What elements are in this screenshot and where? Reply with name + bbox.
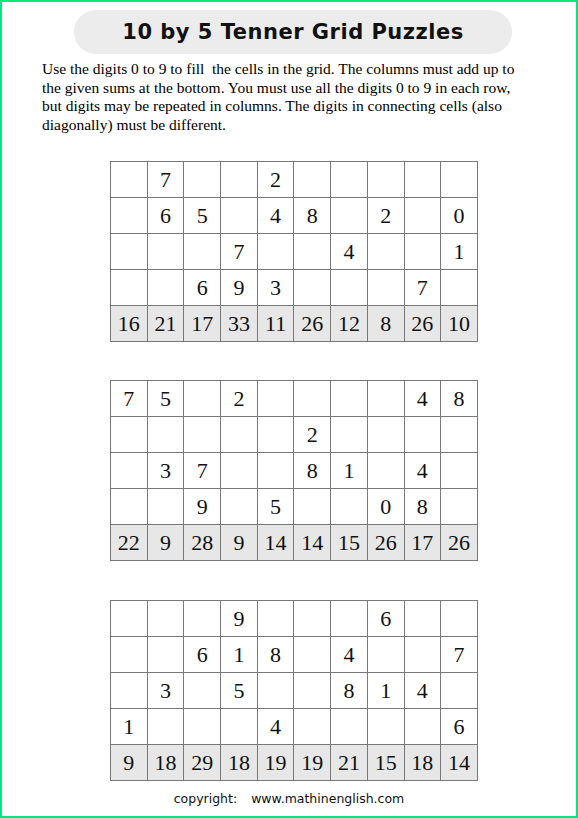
title-pill: 10 by 5 Tenner Grid Puzzles [74, 10, 512, 54]
grid1-cell-r2c4[interactable] [221, 198, 258, 234]
grid1-cell-r4c6[interactable] [294, 270, 331, 306]
grid2-cell-r1c7[interactable] [331, 381, 368, 417]
grid3-cell-r1c9[interactable] [405, 601, 442, 637]
grid1-cell-r2c7[interactable] [331, 198, 368, 234]
grid3-cell-r4c2[interactable] [148, 709, 185, 745]
grid2-cell-r1c2: 5 [148, 381, 185, 417]
grid2-sum-c6: 14 [294, 525, 331, 561]
grid1-cell-r4c9: 7 [405, 270, 442, 306]
grid2-cell-r4c9: 8 [405, 489, 442, 525]
grid3-cell-r1c6[interactable] [294, 601, 331, 637]
grid2-sum-c9: 17 [405, 525, 442, 561]
grid3-sum-c9: 18 [405, 745, 442, 781]
grid1-cell-r1c6[interactable] [294, 162, 331, 198]
instructions-line-4: diagonally) must be different. [42, 116, 552, 135]
grid2-cell-r4c2[interactable] [148, 489, 185, 525]
grid1-cell-r3c3[interactable] [184, 234, 221, 270]
grid2-cell-r2c3[interactable] [184, 417, 221, 453]
grid2-cell-r4c8: 0 [368, 489, 405, 525]
grid3-cell-r2c4: 1 [221, 637, 258, 673]
grid3-sum-c8: 15 [368, 745, 405, 781]
grid2-cell-r3c3: 7 [184, 453, 221, 489]
grid3-cell-r4c5: 4 [258, 709, 295, 745]
grid1-cell-r3c2[interactable] [148, 234, 185, 270]
grid1-sum-c4: 33 [221, 306, 258, 342]
grid1-cell-r2c3: 5 [184, 198, 221, 234]
grid2-cell-r4c6[interactable] [294, 489, 331, 525]
grid1-cell-r4c5: 3 [258, 270, 295, 306]
grid1-sum-c10: 10 [441, 306, 478, 342]
grid3-cell-r3c3[interactable] [184, 673, 221, 709]
grid3-cell-r4c10: 6 [441, 709, 478, 745]
grid2-sum-c2: 9 [148, 525, 185, 561]
grid2-cell-r2c10[interactable] [441, 417, 478, 453]
grid1-cell-r4c3: 6 [184, 270, 221, 306]
grid2-cell-r2c8[interactable] [368, 417, 405, 453]
grid1-cell-r1c5: 2 [258, 162, 295, 198]
grid1-cell-r2c9[interactable] [405, 198, 442, 234]
grid2-cell-r2c9[interactable] [405, 417, 442, 453]
grid3-cell-r1c5[interactable] [258, 601, 295, 637]
instructions: Use the digits 0 to 9 to fill the cells … [42, 60, 552, 134]
grid1-sum-c6: 26 [294, 306, 331, 342]
grid1-cell-r2c8: 2 [368, 198, 405, 234]
grid3-cell-r2c6[interactable] [294, 637, 331, 673]
grid2-cell-r3c10[interactable] [441, 453, 478, 489]
worksheet-page: 10 by 5 Tenner Grid Puzzles Use the digi… [0, 0, 578, 818]
grid3-cell-r1c8: 6 [368, 601, 405, 637]
grid3-sum-c4: 18 [221, 745, 258, 781]
grid2-cell-r2c2[interactable] [148, 417, 185, 453]
grid1-cell-r4c8[interactable] [368, 270, 405, 306]
grid1-cell-r3c6[interactable] [294, 234, 331, 270]
grid2-sum-c4: 9 [221, 525, 258, 561]
grid2-sum-c3: 28 [184, 525, 221, 561]
instructions-line-3: but digits may be repeated in columns. T… [42, 97, 552, 116]
grid1-cell-r1c9[interactable] [405, 162, 442, 198]
grid1-cell-r4c1[interactable] [111, 270, 148, 306]
grid2-cell-r4c1[interactable] [111, 489, 148, 525]
grid1-cell-r1c8[interactable] [368, 162, 405, 198]
grid3-cell-r3c9: 4 [405, 673, 442, 709]
grid3-cell-r3c7: 8 [331, 673, 368, 709]
grid2-sum-c5: 14 [258, 525, 295, 561]
tenner-grid-1: 7265482074169371621173311261282610 [110, 161, 478, 342]
instructions-line-2: the given sums at the bottom. You must u… [42, 79, 552, 98]
grid2-cell-r1c10: 8 [441, 381, 478, 417]
grid1-cell-r1c4[interactable] [221, 162, 258, 198]
copyright-site: www.mathinenglish.com [251, 791, 404, 806]
grid2-sum-c1: 22 [111, 525, 148, 561]
grid2-sum-c7: 15 [331, 525, 368, 561]
grid2-cell-r3c2: 3 [148, 453, 185, 489]
instructions-line-1: Use the digits 0 to 9 to fill the cells … [42, 60, 552, 79]
grid1-cell-r3c8[interactable] [368, 234, 405, 270]
grid1-cell-r2c5: 4 [258, 198, 295, 234]
grid3-cell-r2c10: 7 [441, 637, 478, 673]
grid1-cell-r2c10: 0 [441, 198, 478, 234]
grid3-cell-r3c6[interactable] [294, 673, 331, 709]
grid2-cell-r3c9: 4 [405, 453, 442, 489]
footer: copyright:www.mathinenglish.com [2, 791, 576, 806]
grid2-cell-r4c10[interactable] [441, 489, 478, 525]
grid3-sum-c10: 14 [441, 745, 478, 781]
grid1-cell-r2c6: 8 [294, 198, 331, 234]
grid1-cell-r3c7: 4 [331, 234, 368, 270]
grid3-cell-r4c6[interactable] [294, 709, 331, 745]
grid3-cell-r1c3[interactable] [184, 601, 221, 637]
grid3-cell-r1c4: 9 [221, 601, 258, 637]
grid3-cell-r3c5[interactable] [258, 673, 295, 709]
grid2-cell-r2c4[interactable] [221, 417, 258, 453]
grid2-cell-r2c7[interactable] [331, 417, 368, 453]
grid2-cell-r1c9: 4 [405, 381, 442, 417]
grid3-cell-r1c10[interactable] [441, 601, 478, 637]
grid2-cell-r4c3: 9 [184, 489, 221, 525]
copyright-label: copyright: [174, 791, 237, 806]
page-title: 10 by 5 Tenner Grid Puzzles [122, 20, 463, 44]
grid1-cell-r2c2: 6 [148, 198, 185, 234]
grid2-cell-r3c5[interactable] [258, 453, 295, 489]
grid2-cell-r2c1[interactable] [111, 417, 148, 453]
grid3-sum-c5: 19 [258, 745, 295, 781]
grid1-cell-r3c9[interactable] [405, 234, 442, 270]
grid2-cell-r3c4[interactable] [221, 453, 258, 489]
grid2-sum-c8: 26 [368, 525, 405, 561]
grid2-sum-c10: 26 [441, 525, 478, 561]
grid1-cell-r4c10[interactable] [441, 270, 478, 306]
grid3-cell-r3c1[interactable] [111, 673, 148, 709]
grid3-cell-r2c5: 8 [258, 637, 295, 673]
grid2-cell-r3c1[interactable] [111, 453, 148, 489]
grid2-cell-r3c8[interactable] [368, 453, 405, 489]
grid1-cell-r1c3[interactable] [184, 162, 221, 198]
grid2-cell-r4c4[interactable] [221, 489, 258, 525]
grid3-sum-c6: 19 [294, 745, 331, 781]
grid3-cell-r4c7[interactable] [331, 709, 368, 745]
grid1-sum-c1: 16 [111, 306, 148, 342]
grid1-cell-r3c10: 1 [441, 234, 478, 270]
grid3-cell-r1c7[interactable] [331, 601, 368, 637]
grid3-sum-c7: 21 [331, 745, 368, 781]
grid3-cell-r4c4[interactable] [221, 709, 258, 745]
grid2-cell-r1c6[interactable] [294, 381, 331, 417]
grid1-cell-r1c2: 7 [148, 162, 185, 198]
grid3-cell-r4c1: 1 [111, 709, 148, 745]
grid2-cell-r4c5: 5 [258, 489, 295, 525]
grid2-cell-r2c5[interactable] [258, 417, 295, 453]
grid2-cell-r4c7[interactable] [331, 489, 368, 525]
grid3-cell-r3c4: 5 [221, 673, 258, 709]
grid3-cell-r4c8[interactable] [368, 709, 405, 745]
grid1-cell-r1c1[interactable] [111, 162, 148, 198]
grid1-cell-r3c1[interactable] [111, 234, 148, 270]
tenner-grid-3: 9661847358141469182918191921151814 [110, 600, 478, 781]
grid2-cell-r3c6: 8 [294, 453, 331, 489]
grid1-cell-r1c10[interactable] [441, 162, 478, 198]
grid3-cell-r2c3: 6 [184, 637, 221, 673]
grid2-cell-r1c5[interactable] [258, 381, 295, 417]
grid3-sum-c3: 29 [184, 745, 221, 781]
grid2-cell-r1c4: 2 [221, 381, 258, 417]
grid3-cell-r2c1[interactable] [111, 637, 148, 673]
grid3-cell-r1c2[interactable] [148, 601, 185, 637]
grid1-cell-r4c7[interactable] [331, 270, 368, 306]
grid2-cell-r1c3[interactable] [184, 381, 221, 417]
grid2-cell-r1c8[interactable] [368, 381, 405, 417]
grid1-sum-c5: 11 [258, 306, 295, 342]
grid2-cell-r1c1: 7 [111, 381, 148, 417]
grid1-cell-r1c7[interactable] [331, 162, 368, 198]
grid3-sum-c2: 18 [148, 745, 185, 781]
grid3-cell-r3c8: 1 [368, 673, 405, 709]
tenner-grid-2: 752482378149508229289141415261726 [110, 380, 478, 561]
grid1-sum-c2: 21 [148, 306, 185, 342]
grid1-cell-r2c1[interactable] [111, 198, 148, 234]
grid1-cell-r3c5[interactable] [258, 234, 295, 270]
grid3-cell-r2c9[interactable] [405, 637, 442, 673]
grid1-cell-r4c4: 9 [221, 270, 258, 306]
grid1-cell-r4c2[interactable] [148, 270, 185, 306]
grid3-cell-r4c3[interactable] [184, 709, 221, 745]
grid3-cell-r3c2: 3 [148, 673, 185, 709]
grid1-sum-c9: 26 [405, 306, 442, 342]
grid3-cell-r2c7: 4 [331, 637, 368, 673]
grid1-cell-r3c4: 7 [221, 234, 258, 270]
grid1-sum-c8: 8 [368, 306, 405, 342]
grid3-cell-r4c9[interactable] [405, 709, 442, 745]
grid3-cell-r3c10[interactable] [441, 673, 478, 709]
grid1-sum-c3: 17 [184, 306, 221, 342]
grid3-cell-r2c8[interactable] [368, 637, 405, 673]
grid2-cell-r2c6: 2 [294, 417, 331, 453]
grid3-cell-r1c1[interactable] [111, 601, 148, 637]
grid3-cell-r2c2[interactable] [148, 637, 185, 673]
grid3-sum-c1: 9 [111, 745, 148, 781]
grid2-cell-r3c7: 1 [331, 453, 368, 489]
grid1-sum-c7: 12 [331, 306, 368, 342]
